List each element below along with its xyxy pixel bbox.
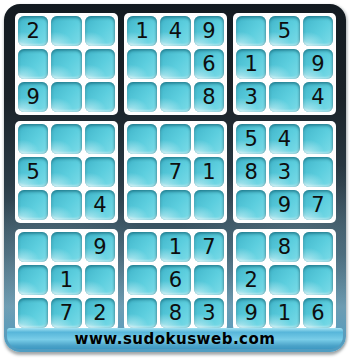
cell-r5c2[interactable] [51, 157, 81, 187]
cell-digit: 7 [60, 303, 73, 324]
cell-r8c5[interactable]: 6 [160, 265, 190, 295]
cell-digit: 1 [202, 162, 215, 183]
cell-r1c9[interactable] [303, 16, 333, 46]
cell-r3c7[interactable]: 3 [236, 82, 266, 112]
cell-r8c2[interactable]: 1 [51, 265, 81, 295]
cell-digit: 3 [278, 162, 291, 183]
box-1-2: 14968 [124, 13, 227, 115]
cell-digit: 7 [169, 162, 182, 183]
cell-r2c6[interactable]: 6 [194, 49, 224, 79]
cell-r9c1[interactable] [18, 298, 48, 328]
cell-digit: 4 [278, 129, 291, 150]
cell-r7c5[interactable]: 1 [160, 232, 190, 262]
cell-digit: 4 [311, 87, 324, 108]
cell-digit: 3 [244, 87, 257, 108]
cell-r3c4[interactable] [127, 82, 157, 112]
box-2-1: 54 [15, 121, 118, 223]
cell-r8c1[interactable] [18, 265, 48, 295]
cell-r9c3[interactable]: 2 [85, 298, 115, 328]
cell-r9c4[interactable] [127, 298, 157, 328]
sudoku-board: 291496851934547154839791721768382916 [15, 13, 336, 331]
cell-r7c1[interactable] [18, 232, 48, 262]
cell-digit: 4 [93, 195, 106, 216]
cell-r4c4[interactable] [127, 124, 157, 154]
cell-r4c5[interactable] [160, 124, 190, 154]
cell-digit: 9 [244, 303, 257, 324]
cell-r6c6[interactable] [194, 190, 224, 220]
cell-r5c3[interactable] [85, 157, 115, 187]
cell-r7c7[interactable] [236, 232, 266, 262]
footer-banner: www.sudokusweb.com [7, 328, 343, 349]
cell-r7c8[interactable]: 8 [269, 232, 299, 262]
cell-r5c4[interactable] [127, 157, 157, 187]
cell-r4c6[interactable] [194, 124, 224, 154]
box-2-3: 548397 [233, 121, 336, 223]
cell-r2c8[interactable] [269, 49, 299, 79]
cell-r2c5[interactable] [160, 49, 190, 79]
cell-digit: 8 [278, 237, 291, 258]
cell-digit: 9 [278, 195, 291, 216]
cell-r5c7[interactable]: 8 [236, 157, 266, 187]
cell-r9c7[interactable]: 9 [236, 298, 266, 328]
cell-digit: 9 [311, 54, 324, 75]
cell-r6c3[interactable]: 4 [85, 190, 115, 220]
cell-r1c4[interactable]: 1 [127, 16, 157, 46]
cell-digit: 7 [311, 195, 324, 216]
cell-r3c6[interactable]: 8 [194, 82, 224, 112]
cell-r9c2[interactable]: 7 [51, 298, 81, 328]
cell-r4c8[interactable]: 4 [269, 124, 299, 154]
cell-digit: 3 [202, 303, 215, 324]
cell-digit: 1 [135, 21, 148, 42]
cell-r9c6[interactable]: 3 [194, 298, 224, 328]
cell-r8c8[interactable] [269, 265, 299, 295]
cell-r1c5[interactable]: 4 [160, 16, 190, 46]
cell-r2c2[interactable] [51, 49, 81, 79]
cell-r8c3[interactable] [85, 265, 115, 295]
cell-digit: 1 [169, 237, 182, 258]
cell-digit: 8 [169, 303, 182, 324]
cell-digit: 4 [169, 21, 182, 42]
cell-r1c1[interactable]: 2 [18, 16, 48, 46]
cell-digit: 1 [244, 54, 257, 75]
cell-r6c8[interactable]: 9 [269, 190, 299, 220]
cell-r6c1[interactable] [18, 190, 48, 220]
cell-digit: 5 [244, 129, 257, 150]
cell-r2c9[interactable]: 9 [303, 49, 333, 79]
cell-r8c7[interactable]: 2 [236, 265, 266, 295]
cell-digit: 8 [244, 162, 257, 183]
cell-r4c2[interactable] [51, 124, 81, 154]
cell-r1c8[interactable]: 5 [269, 16, 299, 46]
cell-r1c2[interactable] [51, 16, 81, 46]
cell-digit: 6 [169, 270, 182, 291]
cell-digit: 1 [60, 270, 73, 291]
cell-r1c6[interactable]: 9 [194, 16, 224, 46]
cell-digit: 8 [202, 87, 215, 108]
box-3-3: 82916 [233, 229, 336, 331]
cell-r5c9[interactable] [303, 157, 333, 187]
cell-r7c4[interactable] [127, 232, 157, 262]
cell-digit: 6 [202, 54, 215, 75]
cell-r7c2[interactable] [51, 232, 81, 262]
box-1-1: 29 [15, 13, 118, 115]
cell-r5c6[interactable]: 1 [194, 157, 224, 187]
cell-r6c2[interactable] [51, 190, 81, 220]
box-3-2: 17683 [124, 229, 227, 331]
box-3-1: 9172 [15, 229, 118, 331]
cell-r2c1[interactable] [18, 49, 48, 79]
cell-r3c9[interactable]: 4 [303, 82, 333, 112]
cell-r5c5[interactable]: 7 [160, 157, 190, 187]
cell-r6c5[interactable] [160, 190, 190, 220]
cell-digit: 2 [93, 303, 106, 324]
cell-r1c7[interactable] [236, 16, 266, 46]
cell-digit: 6 [311, 303, 324, 324]
cell-r8c6[interactable] [194, 265, 224, 295]
cell-r4c3[interactable] [85, 124, 115, 154]
cell-r9c9[interactable]: 6 [303, 298, 333, 328]
cell-r3c3[interactable] [85, 82, 115, 112]
cell-r8c9[interactable] [303, 265, 333, 295]
website-url: www.sudokusweb.com [75, 330, 276, 348]
cell-digit: 5 [26, 162, 39, 183]
cell-r8c4[interactable] [127, 265, 157, 295]
cell-r2c7[interactable]: 1 [236, 49, 266, 79]
cell-r3c2[interactable] [51, 82, 81, 112]
cell-digit: 9 [93, 237, 106, 258]
cell-r4c1[interactable] [18, 124, 48, 154]
cell-r2c3[interactable] [85, 49, 115, 79]
board-frame: 291496851934547154839791721768382916 www… [4, 4, 346, 352]
box-2-2: 71 [124, 121, 227, 223]
cell-r3c8[interactable] [269, 82, 299, 112]
cell-r7c6[interactable]: 7 [194, 232, 224, 262]
cell-r2c4[interactable] [127, 49, 157, 79]
cell-digit: 2 [244, 270, 257, 291]
cell-digit: 7 [202, 237, 215, 258]
cell-r9c8[interactable]: 1 [269, 298, 299, 328]
cell-r5c1[interactable]: 5 [18, 157, 48, 187]
cell-digit: 9 [202, 21, 215, 42]
cell-r6c9[interactable]: 7 [303, 190, 333, 220]
cell-r3c1[interactable]: 9 [18, 82, 48, 112]
cell-r4c9[interactable] [303, 124, 333, 154]
cell-r6c4[interactable] [127, 190, 157, 220]
cell-digit: 2 [26, 21, 39, 42]
cell-r6c7[interactable] [236, 190, 266, 220]
cell-digit: 9 [26, 87, 39, 108]
cell-r9c5[interactable]: 8 [160, 298, 190, 328]
box-1-3: 51934 [233, 13, 336, 115]
cell-r7c3[interactable]: 9 [85, 232, 115, 262]
cell-r1c3[interactable] [85, 16, 115, 46]
cell-r7c9[interactable] [303, 232, 333, 262]
cell-r5c8[interactable]: 3 [269, 157, 299, 187]
cell-r3c5[interactable] [160, 82, 190, 112]
cell-r4c7[interactable]: 5 [236, 124, 266, 154]
cell-digit: 5 [278, 21, 291, 42]
cell-digit: 1 [278, 303, 291, 324]
